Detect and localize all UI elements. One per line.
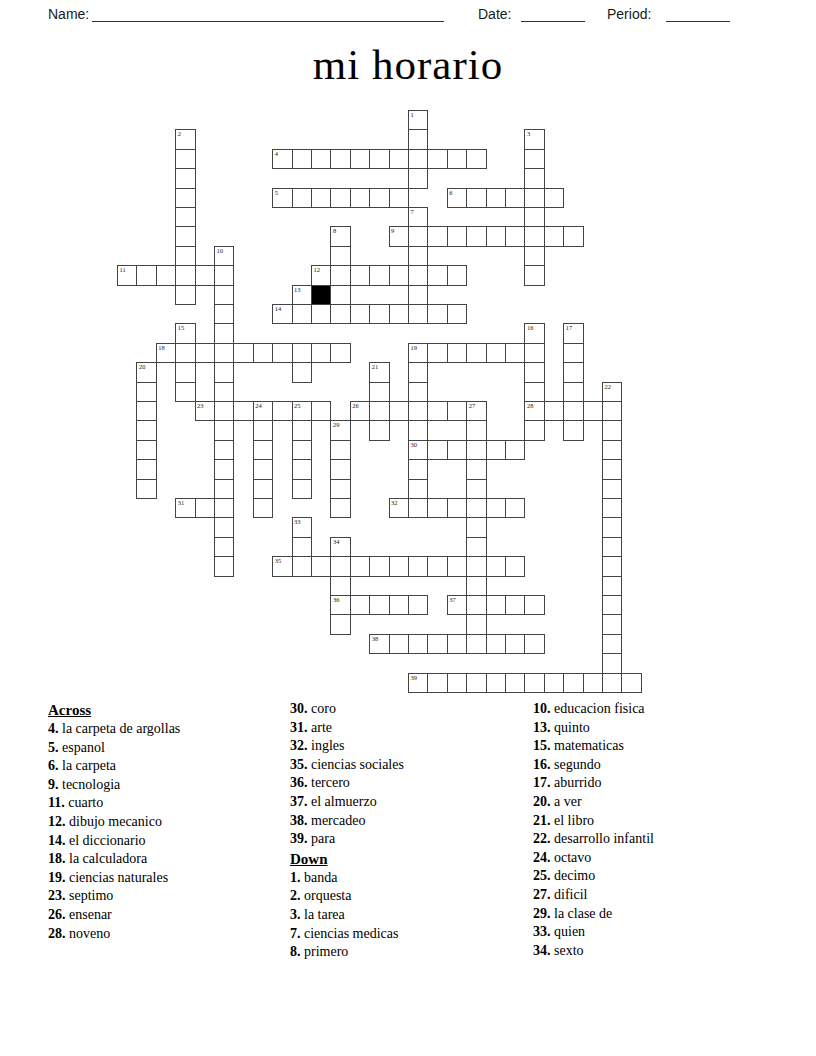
grid-cell[interactable] bbox=[427, 634, 447, 654]
grid-cell[interactable] bbox=[292, 343, 312, 363]
clue-column-right: 10. educacion fisica13. quinto15. matema… bbox=[533, 700, 783, 960]
grid-cell[interactable] bbox=[330, 343, 350, 363]
grid-cell[interactable] bbox=[156, 265, 176, 285]
grid-cell[interactable] bbox=[602, 634, 622, 654]
grid-cell[interactable] bbox=[524, 246, 544, 266]
grid-cell[interactable] bbox=[563, 343, 583, 363]
grid-cell[interactable] bbox=[214, 517, 234, 537]
grid-cell[interactable] bbox=[505, 634, 525, 654]
grid-cell[interactable] bbox=[466, 673, 486, 693]
grid-cell[interactable]: 32 bbox=[389, 498, 409, 518]
grid-cell[interactable] bbox=[408, 168, 428, 188]
grid-cell[interactable] bbox=[524, 634, 544, 654]
grid-cell[interactable] bbox=[330, 498, 350, 518]
grid-cell[interactable] bbox=[602, 459, 622, 479]
grid-cell[interactable] bbox=[330, 614, 350, 634]
grid-cell[interactable] bbox=[602, 673, 622, 693]
grid-cell[interactable]: 4 bbox=[272, 149, 292, 169]
grid-cell[interactable] bbox=[602, 401, 622, 421]
grid-cell[interactable] bbox=[214, 498, 234, 518]
grid-cell[interactable] bbox=[524, 343, 544, 363]
grid-cell[interactable] bbox=[466, 595, 486, 615]
grid-cell[interactable]: 34 bbox=[330, 537, 350, 557]
grid-cell[interactable] bbox=[563, 673, 583, 693]
grid-cell[interactable] bbox=[466, 517, 486, 537]
grid-cell[interactable] bbox=[330, 304, 350, 324]
grid-cell[interactable] bbox=[175, 226, 195, 246]
clue-number: 14 bbox=[275, 305, 282, 312]
period-label: Period: bbox=[607, 6, 651, 22]
grid-cell[interactable]: 10 bbox=[214, 246, 234, 266]
grid-cell[interactable] bbox=[175, 382, 195, 402]
grid-cell[interactable] bbox=[563, 226, 583, 246]
grid-cell[interactable] bbox=[175, 149, 195, 169]
grid-cell[interactable] bbox=[466, 556, 486, 576]
grid-cell[interactable] bbox=[389, 556, 409, 576]
grid-cell[interactable] bbox=[175, 265, 195, 285]
clue-number: 34 bbox=[333, 538, 340, 545]
grid-cell[interactable] bbox=[311, 304, 331, 324]
grid-cell[interactable]: 21 bbox=[369, 362, 389, 382]
grid-cell[interactable] bbox=[505, 188, 525, 208]
grid-cell[interactable] bbox=[330, 479, 350, 499]
grid-cell[interactable] bbox=[311, 556, 331, 576]
grid-cell[interactable] bbox=[466, 498, 486, 518]
grid-cell[interactable] bbox=[408, 246, 428, 266]
grid-cell[interactable] bbox=[214, 382, 234, 402]
grid-cell[interactable] bbox=[563, 382, 583, 402]
grid-cell[interactable] bbox=[408, 362, 428, 382]
grid-cell[interactable] bbox=[136, 440, 156, 460]
grid-cell[interactable] bbox=[175, 188, 195, 208]
grid-cell[interactable] bbox=[427, 498, 447, 518]
grid-cell[interactable] bbox=[524, 673, 544, 693]
grid-cell[interactable] bbox=[330, 459, 350, 479]
date-label: Date: bbox=[478, 6, 511, 22]
grid-cell[interactable] bbox=[369, 265, 389, 285]
grid-cell[interactable]: 9 bbox=[389, 226, 409, 246]
grid-cell[interactable] bbox=[602, 537, 622, 557]
grid-cell[interactable] bbox=[214, 459, 234, 479]
grid-cell[interactable] bbox=[330, 576, 350, 596]
period-blank-line[interactable] bbox=[666, 6, 730, 22]
grid-cell[interactable] bbox=[486, 440, 506, 460]
grid-cell[interactable] bbox=[253, 479, 273, 499]
grid-cell[interactable]: 13 bbox=[292, 285, 312, 305]
grid-cell[interactable] bbox=[408, 479, 428, 499]
grid-cell[interactable] bbox=[253, 420, 273, 440]
grid-cell[interactable] bbox=[602, 614, 622, 634]
grid-cell[interactable]: 35 bbox=[272, 556, 292, 576]
grid-cell[interactable] bbox=[427, 149, 447, 169]
clue-number: 26 bbox=[352, 402, 359, 409]
grid-cell[interactable] bbox=[408, 420, 428, 440]
grid-cell[interactable] bbox=[447, 304, 467, 324]
worksheet-header: Name: Date: Period: bbox=[0, 6, 816, 28]
grid-cell[interactable] bbox=[330, 440, 350, 460]
grid-cell[interactable] bbox=[524, 168, 544, 188]
grid-cell[interactable] bbox=[427, 304, 447, 324]
grid-cell[interactable] bbox=[466, 614, 486, 634]
grid-cell[interactable] bbox=[292, 149, 312, 169]
grid-cell[interactable] bbox=[408, 401, 428, 421]
grid-cell[interactable] bbox=[466, 420, 486, 440]
grid-cell[interactable] bbox=[602, 595, 622, 615]
grid-cell[interactable] bbox=[175, 362, 195, 382]
grid-cell[interactable] bbox=[505, 226, 525, 246]
grid-cell[interactable] bbox=[447, 149, 467, 169]
grid-cell[interactable] bbox=[466, 634, 486, 654]
grid-cell[interactable] bbox=[447, 440, 467, 460]
grid-cell[interactable] bbox=[505, 673, 525, 693]
grid-cell[interactable] bbox=[311, 401, 331, 421]
grid-cell[interactable] bbox=[602, 576, 622, 596]
grid-cell[interactable]: 26 bbox=[350, 401, 370, 421]
grid-cell[interactable] bbox=[563, 401, 583, 421]
grid-cell[interactable] bbox=[466, 459, 486, 479]
grid-cell[interactable] bbox=[447, 226, 467, 246]
clue-item: 36. tercero bbox=[290, 774, 525, 793]
grid-cell[interactable]: 15 bbox=[175, 323, 195, 343]
grid-cell[interactable] bbox=[602, 440, 622, 460]
grid-cell[interactable] bbox=[311, 149, 331, 169]
grid-cell[interactable] bbox=[369, 188, 389, 208]
grid-cell[interactable]: 31 bbox=[175, 498, 195, 518]
grid-cell[interactable] bbox=[602, 479, 622, 499]
grid-cell[interactable] bbox=[214, 440, 234, 460]
grid-cell[interactable] bbox=[292, 304, 312, 324]
grid-cell[interactable] bbox=[447, 401, 467, 421]
clue-number: 18 bbox=[158, 344, 165, 351]
grid-cell[interactable]: 11 bbox=[117, 265, 137, 285]
grid-cell[interactable] bbox=[427, 343, 447, 363]
grid-cell[interactable]: 27 bbox=[466, 401, 486, 421]
clue-number: 39 bbox=[411, 674, 418, 681]
grid-cell[interactable] bbox=[214, 285, 234, 305]
grid-cell[interactable] bbox=[272, 343, 292, 363]
clue-number: 11 bbox=[120, 266, 126, 273]
grid-cell[interactable] bbox=[292, 537, 312, 557]
grid-cell[interactable] bbox=[272, 401, 292, 421]
clue-item: 1. banda bbox=[290, 869, 525, 888]
grid-cell[interactable] bbox=[214, 401, 234, 421]
grid-cell[interactable] bbox=[253, 440, 273, 460]
grid-cell[interactable] bbox=[214, 556, 234, 576]
grid-cell[interactable] bbox=[330, 556, 350, 576]
grid-cell[interactable] bbox=[427, 673, 447, 693]
grid-cell[interactable] bbox=[292, 556, 312, 576]
grid-cell[interactable] bbox=[389, 401, 409, 421]
grid-cell[interactable] bbox=[350, 595, 370, 615]
name-label: Name: bbox=[48, 6, 89, 22]
grid-cell[interactable]: 2 bbox=[175, 129, 195, 149]
grid-cell[interactable] bbox=[253, 498, 273, 518]
clue-number: 13 bbox=[294, 286, 301, 293]
clue-number: 38 bbox=[372, 635, 379, 642]
grid-cell[interactable] bbox=[292, 188, 312, 208]
grid-cell[interactable]: 38 bbox=[369, 634, 389, 654]
grid-cell[interactable] bbox=[136, 401, 156, 421]
grid-cell[interactable] bbox=[408, 459, 428, 479]
grid-cell[interactable]: 6 bbox=[447, 188, 467, 208]
grid-cell[interactable] bbox=[602, 517, 622, 537]
grid-cell[interactable] bbox=[214, 420, 234, 440]
grid-cell[interactable] bbox=[466, 149, 486, 169]
grid-cell[interactable] bbox=[486, 188, 506, 208]
grid-cell[interactable] bbox=[408, 498, 428, 518]
grid-cell[interactable] bbox=[524, 595, 544, 615]
grid-cell[interactable] bbox=[195, 498, 215, 518]
grid-cell[interactable] bbox=[583, 673, 603, 693]
clue-item: 14. el diccionario bbox=[48, 832, 283, 851]
grid-cell[interactable] bbox=[466, 343, 486, 363]
clue-item: 7. ciencias medicas bbox=[290, 925, 525, 944]
grid-cell[interactable] bbox=[214, 323, 234, 343]
grid-cell[interactable] bbox=[563, 362, 583, 382]
grid-cell[interactable] bbox=[447, 673, 467, 693]
grid-cell[interactable] bbox=[389, 188, 409, 208]
grid-cell[interactable] bbox=[466, 188, 486, 208]
grid-cell[interactable] bbox=[175, 343, 195, 363]
grid-cell[interactable] bbox=[408, 382, 428, 402]
clue-number: 2 bbox=[178, 130, 181, 137]
clue-item: 3. la tarea bbox=[290, 906, 525, 925]
grid-cell[interactable] bbox=[544, 401, 564, 421]
clue-item: 26. ensenar bbox=[48, 906, 283, 925]
grid-cell[interactable]: 5 bbox=[272, 188, 292, 208]
grid-cell[interactable] bbox=[175, 246, 195, 266]
grid-cell[interactable] bbox=[563, 420, 583, 440]
grid-cell[interactable]: 39 bbox=[408, 673, 428, 693]
grid-cell[interactable]: 12 bbox=[311, 265, 331, 285]
clue-item: 31. arte bbox=[290, 719, 525, 738]
grid-cell[interactable] bbox=[408, 129, 428, 149]
puzzle-title: mi horario bbox=[0, 40, 816, 89]
clue-item: 38. mercadeo bbox=[290, 812, 525, 831]
grid-cell[interactable] bbox=[175, 168, 195, 188]
grid-cell[interactable] bbox=[544, 673, 564, 693]
grid-cell[interactable] bbox=[505, 498, 525, 518]
grid-cell[interactable] bbox=[408, 285, 428, 305]
grid-cell[interactable] bbox=[447, 343, 467, 363]
grid-cell[interactable] bbox=[544, 226, 564, 246]
clue-number: 30 bbox=[411, 441, 418, 448]
grid-cell[interactable] bbox=[524, 420, 544, 440]
grid-cell[interactable] bbox=[486, 226, 506, 246]
grid-cell[interactable] bbox=[505, 440, 525, 460]
grid-cell[interactable] bbox=[389, 265, 409, 285]
grid-cell[interactable] bbox=[427, 556, 447, 576]
grid-cell[interactable] bbox=[389, 304, 409, 324]
clue-item: 22. desarrollo infantil bbox=[533, 830, 783, 849]
grid-cell[interactable] bbox=[486, 556, 506, 576]
grid-cell[interactable] bbox=[621, 673, 641, 693]
grid-cell[interactable] bbox=[214, 537, 234, 557]
grid-cell[interactable] bbox=[486, 498, 506, 518]
grid-cell[interactable] bbox=[175, 207, 195, 227]
grid-cell[interactable] bbox=[427, 226, 447, 246]
grid-cell[interactable] bbox=[253, 459, 273, 479]
grid-cell[interactable] bbox=[253, 343, 273, 363]
grid-cell[interactable] bbox=[427, 265, 447, 285]
grid-cell[interactable]: 20 bbox=[136, 362, 156, 382]
grid-cell[interactable] bbox=[447, 265, 467, 285]
grid-cell[interactable] bbox=[369, 304, 389, 324]
grid-cell[interactable]: 24 bbox=[253, 401, 273, 421]
grid-cell[interactable] bbox=[136, 479, 156, 499]
grid-cell[interactable] bbox=[408, 556, 428, 576]
grid-cell[interactable] bbox=[408, 149, 428, 169]
grid-cell[interactable] bbox=[350, 304, 370, 324]
grid-cell[interactable] bbox=[175, 285, 195, 305]
grid-cell[interactable] bbox=[330, 265, 350, 285]
grid-cell[interactable]: 23 bbox=[195, 401, 215, 421]
grid-cell[interactable] bbox=[195, 343, 215, 363]
grid-cell[interactable] bbox=[427, 401, 447, 421]
grid-cell[interactable] bbox=[369, 382, 389, 402]
grid-cell[interactable]: 7 bbox=[408, 207, 428, 227]
grid-cell[interactable] bbox=[466, 576, 486, 596]
grid-cell[interactable]: 30 bbox=[408, 440, 428, 460]
grid-cell[interactable]: 17 bbox=[563, 323, 583, 343]
black-cell bbox=[311, 285, 331, 305]
clue-number: 24 bbox=[255, 402, 262, 409]
clue-item: 12. dibujo mecanico bbox=[48, 813, 283, 832]
grid-cell[interactable] bbox=[524, 226, 544, 246]
clue-item: 16. segundo bbox=[533, 756, 783, 775]
grid-cell[interactable] bbox=[466, 479, 486, 499]
grid-cell[interactable] bbox=[292, 420, 312, 440]
grid-cell[interactable] bbox=[505, 595, 525, 615]
grid-cell[interactable] bbox=[195, 265, 215, 285]
grid-cell[interactable]: 33 bbox=[292, 517, 312, 537]
clue-item: 32. ingles bbox=[290, 737, 525, 756]
grid-cell[interactable]: 25 bbox=[292, 401, 312, 421]
grid-cell[interactable] bbox=[311, 343, 331, 363]
grid-cell[interactable] bbox=[602, 420, 622, 440]
grid-cell[interactable] bbox=[583, 401, 603, 421]
grid-cell[interactable] bbox=[369, 420, 389, 440]
grid-cell[interactable] bbox=[408, 226, 428, 246]
grid-cell[interactable] bbox=[214, 343, 234, 363]
grid-cell[interactable] bbox=[466, 440, 486, 460]
grid-cell[interactable] bbox=[369, 149, 389, 169]
grid-cell[interactable] bbox=[408, 634, 428, 654]
grid-cell[interactable] bbox=[486, 673, 506, 693]
grid-cell[interactable] bbox=[524, 382, 544, 402]
grid-cell[interactable] bbox=[214, 304, 234, 324]
grid-cell[interactable] bbox=[524, 207, 544, 227]
grid-cell[interactable] bbox=[602, 653, 622, 673]
grid-cell[interactable] bbox=[330, 188, 350, 208]
clue-number: 16 bbox=[527, 324, 534, 331]
grid-cell[interactable] bbox=[466, 537, 486, 557]
grid-cell[interactable] bbox=[389, 634, 409, 654]
clue-number: 29 bbox=[333, 421, 340, 428]
grid-cell[interactable] bbox=[350, 149, 370, 169]
clue-number: 35 bbox=[275, 557, 282, 564]
grid-cell[interactable] bbox=[233, 343, 253, 363]
grid-cell[interactable] bbox=[136, 382, 156, 402]
grid-cell[interactable] bbox=[408, 304, 428, 324]
clue-item: 15. matematicas bbox=[533, 737, 783, 756]
grid-cell[interactable] bbox=[486, 343, 506, 363]
grid-cell[interactable] bbox=[602, 498, 622, 518]
grid-cell[interactable]: 28 bbox=[524, 401, 544, 421]
grid-cell[interactable]: 3 bbox=[524, 129, 544, 149]
name-blank-line[interactable] bbox=[92, 6, 444, 22]
grid-cell[interactable] bbox=[350, 188, 370, 208]
grid-cell[interactable] bbox=[292, 362, 312, 382]
grid-cell[interactable] bbox=[389, 595, 409, 615]
grid-cell[interactable] bbox=[524, 149, 544, 169]
grid-cell[interactable] bbox=[505, 343, 525, 363]
clue-number: 4 bbox=[275, 150, 278, 157]
grid-cell[interactable] bbox=[369, 595, 389, 615]
grid-cell[interactable] bbox=[486, 634, 506, 654]
grid-cell[interactable] bbox=[408, 595, 428, 615]
grid-cell[interactable] bbox=[427, 440, 447, 460]
grid-cell[interactable] bbox=[350, 556, 370, 576]
grid-cell[interactable] bbox=[233, 401, 253, 421]
grid-cell[interactable] bbox=[447, 634, 467, 654]
grid-cell[interactable] bbox=[369, 401, 389, 421]
grid-cell[interactable]: 37 bbox=[447, 595, 467, 615]
grid-cell[interactable] bbox=[408, 265, 428, 285]
grid-cell[interactable] bbox=[389, 149, 409, 169]
grid-cell[interactable] bbox=[136, 459, 156, 479]
clue-number: 25 bbox=[294, 402, 301, 409]
grid-cell[interactable] bbox=[466, 226, 486, 246]
grid-cell[interactable]: 19 bbox=[408, 343, 428, 363]
grid-cell[interactable] bbox=[292, 479, 312, 499]
grid-cell[interactable] bbox=[214, 362, 234, 382]
date-blank-line[interactable] bbox=[521, 6, 585, 22]
grid-cell[interactable] bbox=[447, 556, 467, 576]
grid-cell[interactable] bbox=[524, 265, 544, 285]
clue-number: 32 bbox=[391, 499, 398, 506]
grid-cell[interactable] bbox=[311, 188, 331, 208]
grid-cell[interactable] bbox=[214, 265, 234, 285]
grid-cell[interactable] bbox=[330, 285, 350, 305]
clue-item: 5. espanol bbox=[48, 739, 283, 758]
grid-cell[interactable] bbox=[136, 265, 156, 285]
grid-cell[interactable]: 8 bbox=[330, 226, 350, 246]
grid-cell[interactable] bbox=[292, 440, 312, 460]
grid-cell[interactable]: 36 bbox=[330, 595, 350, 615]
grid-cell[interactable] bbox=[292, 459, 312, 479]
grid-cell[interactable] bbox=[350, 265, 370, 285]
grid-cell[interactable] bbox=[486, 595, 506, 615]
grid-cell[interactable]: 1 bbox=[408, 110, 428, 130]
grid-cell[interactable] bbox=[136, 420, 156, 440]
grid-cell[interactable] bbox=[330, 246, 350, 266]
grid-cell[interactable] bbox=[369, 556, 389, 576]
grid-cell[interactable] bbox=[505, 556, 525, 576]
grid-cell[interactable]: 29 bbox=[330, 420, 350, 440]
grid-cell[interactable]: 22 bbox=[602, 382, 622, 402]
grid-cell[interactable] bbox=[524, 362, 544, 382]
grid-cell[interactable]: 16 bbox=[524, 323, 544, 343]
grid-cell[interactable] bbox=[214, 479, 234, 499]
grid-cell[interactable] bbox=[524, 188, 544, 208]
grid-cell[interactable] bbox=[447, 498, 467, 518]
grid-cell[interactable]: 18 bbox=[156, 343, 176, 363]
grid-cell[interactable]: 14 bbox=[272, 304, 292, 324]
grid-cell[interactable] bbox=[330, 149, 350, 169]
grid-cell[interactable] bbox=[544, 188, 564, 208]
grid-cell[interactable] bbox=[602, 556, 622, 576]
